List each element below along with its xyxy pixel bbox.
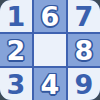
sudoku-cell-r2c0: 3 (0, 68, 32, 100)
sudoku-cell-r2c2: 9 (68, 68, 100, 100)
sudoku-cell-r0c2: 7 (68, 0, 100, 32)
sudoku-app-icon[interactable]: 1 6 7 2 8 3 4 9 (0, 0, 100, 100)
sudoku-cell-r1c2: 8 (68, 34, 100, 66)
sudoku-cell-r0c0: 1 (0, 0, 32, 32)
sudoku-cell-r1c0: 2 (0, 34, 32, 66)
sudoku-cell-r1c1 (34, 34, 66, 66)
sudoku-cell-r0c1: 6 (34, 0, 66, 32)
sudoku-cell-r2c1: 4 (34, 68, 66, 100)
